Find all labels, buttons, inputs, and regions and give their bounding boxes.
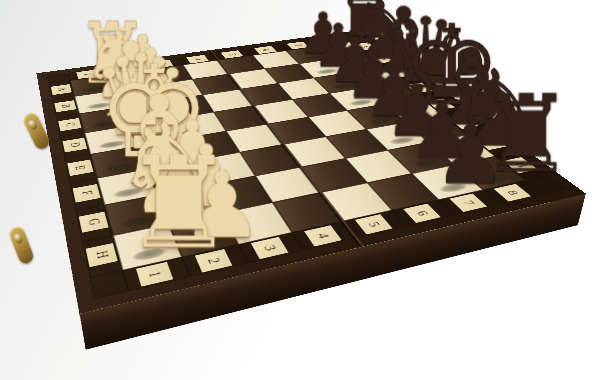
label-tile: C [58, 118, 81, 131]
label-text: D [67, 142, 82, 149]
label-text: 4 [314, 232, 333, 240]
label-text: 3 [260, 244, 279, 252]
label-text: H [92, 250, 112, 261]
label-tile: D [63, 138, 87, 153]
piece-black-pawn-h7[interactable]: ♟ [434, 116, 486, 193]
label-tile: 7 [450, 193, 488, 211]
chess-board: 12345678A♜♟♟♜AB♞♟♟♞BC♝♟♟♝CD♛♟♟♛DE♚♟♟♚EF♝… [36, 30, 585, 314]
label-tile: E [67, 160, 93, 177]
file-label-e: E [64, 154, 97, 183]
brass-clasp-icon [8, 225, 36, 266]
label-text: 5 [226, 53, 238, 56]
label-tile: B [54, 100, 76, 112]
label-tile: H [86, 243, 118, 267]
label-text: F [78, 190, 95, 197]
label-text: G [84, 218, 102, 227]
label-text: 6 [413, 209, 431, 216]
label-text: 6 [260, 48, 272, 51]
chess-set-photo: 12345678A♜♟♟♜AB♞♟♟♞BC♝♟♟♝CD♛♟♟♛DE♚♟♟♚EF♝… [0, 0, 600, 380]
label-text: 5 [365, 220, 383, 228]
label-text: C [63, 122, 77, 128]
label-text: 7 [459, 199, 477, 206]
label-tile: F [73, 184, 101, 203]
piece-white-rook-h1[interactable]: ♜ [122, 143, 182, 263]
label-tile: 4 [304, 225, 342, 246]
label-tile: A [51, 84, 72, 95]
label-tile: 5 [355, 214, 393, 234]
border-corner [90, 270, 129, 299]
label-text: A [55, 87, 68, 92]
label-text: B [58, 104, 72, 109]
label-text: 1 [145, 269, 165, 278]
label-tile: G [79, 212, 109, 233]
label-tile: 1 [136, 262, 173, 287]
label-text: E [72, 164, 88, 171]
label-tile: 6 [404, 204, 442, 223]
board-surface: 12345678A♜♟♟♜AB♞♟♟♞BC♝♟♟♝CD♛♟♟♛DE♚♟♟♚EF♝… [36, 30, 585, 314]
